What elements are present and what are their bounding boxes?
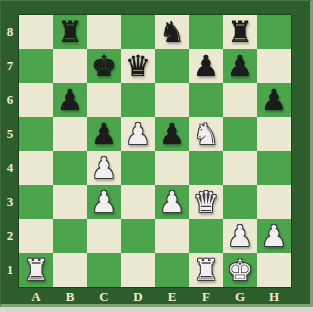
square-b6[interactable]: ♟ xyxy=(53,83,87,117)
chessboard-widget: 87654321 ♜♞♜♚♛♟♟♟♟♟♟♟♞♟♟♟♛♟♟♜♜♚ ABCDEFGH xyxy=(0,0,313,312)
square-a6[interactable] xyxy=(19,83,53,117)
square-e3[interactable]: ♟ xyxy=(155,185,189,219)
square-d4[interactable] xyxy=(121,151,155,185)
piece-black-pawn[interactable]: ♟ xyxy=(227,49,253,83)
square-g1[interactable]: ♚ xyxy=(223,253,257,287)
square-h2[interactable]: ♟ xyxy=(257,219,291,253)
board-grid: ♜♞♜♚♛♟♟♟♟♟♟♟♞♟♟♟♛♟♟♜♜♚ xyxy=(19,15,291,287)
square-b2[interactable] xyxy=(53,219,87,253)
square-f8[interactable] xyxy=(189,15,223,49)
square-e5[interactable]: ♟ xyxy=(155,117,189,151)
piece-black-pawn[interactable]: ♟ xyxy=(261,83,287,117)
piece-white-rook[interactable]: ♜ xyxy=(193,253,219,287)
square-e8[interactable]: ♞ xyxy=(155,15,189,49)
piece-white-queen[interactable]: ♛ xyxy=(193,185,219,219)
square-c1[interactable] xyxy=(87,253,121,287)
square-g3[interactable] xyxy=(223,185,257,219)
piece-white-pawn[interactable]: ♟ xyxy=(91,151,117,185)
square-b5[interactable] xyxy=(53,117,87,151)
square-c5[interactable]: ♟ xyxy=(87,117,121,151)
file-label-g: G xyxy=(223,288,257,305)
square-h3[interactable] xyxy=(257,185,291,219)
piece-black-pawn[interactable]: ♟ xyxy=(193,49,219,83)
square-h8[interactable] xyxy=(257,15,291,49)
page-background-strip xyxy=(0,307,313,312)
file-label-b: B xyxy=(53,288,87,305)
file-label-c: C xyxy=(87,288,121,305)
piece-black-knight[interactable]: ♞ xyxy=(159,15,185,49)
rank-label-8: 8 xyxy=(1,15,19,49)
square-c7[interactable]: ♚ xyxy=(87,49,121,83)
square-d2[interactable] xyxy=(121,219,155,253)
file-label-a: A xyxy=(19,288,53,305)
square-f4[interactable] xyxy=(189,151,223,185)
piece-white-rook[interactable]: ♜ xyxy=(23,253,49,287)
square-g7[interactable]: ♟ xyxy=(223,49,257,83)
rank-labels: 87654321 xyxy=(1,15,19,287)
square-g6[interactable] xyxy=(223,83,257,117)
square-g4[interactable] xyxy=(223,151,257,185)
square-c4[interactable]: ♟ xyxy=(87,151,121,185)
square-h1[interactable] xyxy=(257,253,291,287)
square-g2[interactable]: ♟ xyxy=(223,219,257,253)
square-b3[interactable] xyxy=(53,185,87,219)
square-b4[interactable] xyxy=(53,151,87,185)
square-b7[interactable] xyxy=(53,49,87,83)
rank-label-2: 2 xyxy=(1,219,19,253)
piece-white-pawn[interactable]: ♟ xyxy=(227,219,253,253)
square-e1[interactable] xyxy=(155,253,189,287)
square-b8[interactable]: ♜ xyxy=(53,15,87,49)
square-f2[interactable] xyxy=(189,219,223,253)
square-a1[interactable]: ♜ xyxy=(19,253,53,287)
rank-label-6: 6 xyxy=(1,83,19,117)
square-a8[interactable] xyxy=(19,15,53,49)
square-g5[interactable] xyxy=(223,117,257,151)
square-c2[interactable] xyxy=(87,219,121,253)
square-f6[interactable] xyxy=(189,83,223,117)
file-label-h: H xyxy=(257,288,291,305)
square-a4[interactable] xyxy=(19,151,53,185)
square-d7[interactable]: ♛ xyxy=(121,49,155,83)
piece-black-queen[interactable]: ♛ xyxy=(125,49,151,83)
piece-black-rook[interactable]: ♜ xyxy=(227,15,253,49)
rank-label-4: 4 xyxy=(1,151,19,185)
square-a3[interactable] xyxy=(19,185,53,219)
piece-white-knight[interactable]: ♞ xyxy=(193,117,219,151)
square-f5[interactable]: ♞ xyxy=(189,117,223,151)
rank-label-5: 5 xyxy=(1,117,19,151)
square-d1[interactable] xyxy=(121,253,155,287)
piece-black-pawn[interactable]: ♟ xyxy=(91,117,117,151)
square-f3[interactable]: ♛ xyxy=(189,185,223,219)
rank-label-1: 1 xyxy=(1,253,19,287)
square-e4[interactable] xyxy=(155,151,189,185)
square-d8[interactable] xyxy=(121,15,155,49)
square-c3[interactable]: ♟ xyxy=(87,185,121,219)
square-d3[interactable] xyxy=(121,185,155,219)
square-a5[interactable] xyxy=(19,117,53,151)
square-a7[interactable] xyxy=(19,49,53,83)
piece-black-king[interactable]: ♚ xyxy=(91,49,117,83)
board-frame: 87654321 ♜♞♜♚♛♟♟♟♟♟♟♟♞♟♟♟♛♟♟♜♜♚ ABCDEFGH xyxy=(0,0,313,307)
square-e7[interactable] xyxy=(155,49,189,83)
square-h4[interactable] xyxy=(257,151,291,185)
square-d5[interactable]: ♟ xyxy=(121,117,155,151)
piece-white-pawn[interactable]: ♟ xyxy=(159,185,185,219)
piece-black-pawn[interactable]: ♟ xyxy=(57,83,83,117)
rank-label-7: 7 xyxy=(1,49,19,83)
square-h6[interactable]: ♟ xyxy=(257,83,291,117)
piece-white-pawn[interactable]: ♟ xyxy=(125,117,151,151)
piece-black-pawn[interactable]: ♟ xyxy=(159,117,185,151)
square-c6[interactable] xyxy=(87,83,121,117)
square-e2[interactable] xyxy=(155,219,189,253)
square-h7[interactable] xyxy=(257,49,291,83)
square-c8[interactable] xyxy=(87,15,121,49)
square-d6[interactable] xyxy=(121,83,155,117)
square-f7[interactable]: ♟ xyxy=(189,49,223,83)
piece-white-king[interactable]: ♚ xyxy=(227,253,253,287)
square-a2[interactable] xyxy=(19,219,53,253)
file-label-f: F xyxy=(189,288,223,305)
piece-white-pawn[interactable]: ♟ xyxy=(261,219,287,253)
square-h5[interactable] xyxy=(257,117,291,151)
rank-label-3: 3 xyxy=(1,185,19,219)
file-label-e: E xyxy=(155,288,189,305)
square-e6[interactable] xyxy=(155,83,189,117)
square-f1[interactable]: ♜ xyxy=(189,253,223,287)
square-g8[interactable]: ♜ xyxy=(223,15,257,49)
piece-black-rook[interactable]: ♜ xyxy=(57,15,83,49)
square-b1[interactable] xyxy=(53,253,87,287)
file-label-d: D xyxy=(121,288,155,305)
file-labels: ABCDEFGH xyxy=(19,288,291,305)
piece-white-pawn[interactable]: ♟ xyxy=(91,185,117,219)
